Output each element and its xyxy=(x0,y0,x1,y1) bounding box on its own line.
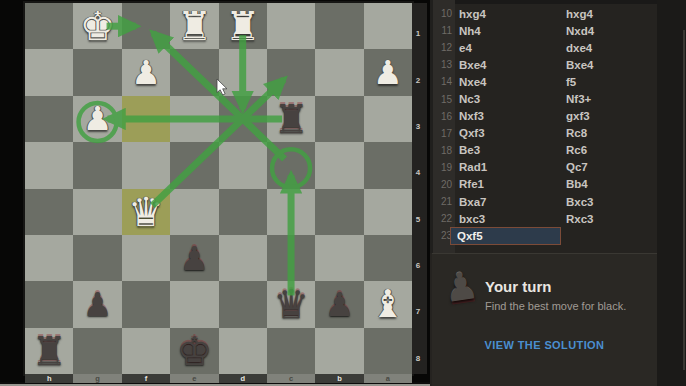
move-row-21: 21Bxa7Bxc3 xyxy=(430,193,657,210)
board-square-b6[interactable] xyxy=(315,235,363,281)
move-black[interactable]: Bxe4 xyxy=(559,59,666,71)
move-white[interactable]: hxg4 xyxy=(452,8,559,20)
board-square-f6[interactable] xyxy=(122,235,170,281)
chess-puzzle-app: { "game": "chess", "position": { "fen": … xyxy=(0,0,686,386)
move-row-22: 22bxc3Rxc3 xyxy=(430,210,657,227)
board-squares[interactable]: ♚♜♜♟♟♟♜♛♟♟♛♟♝♜♚ xyxy=(25,3,412,374)
file-label-h: h xyxy=(25,374,73,383)
rank-label-4: 4 xyxy=(412,168,424,177)
move-number: 19 xyxy=(430,162,452,173)
chess-board[interactable]: ♚♜♜♟♟♟♜♛♟♟♛♟♝♜♚ xyxy=(25,3,412,374)
move-number: 14 xyxy=(430,76,452,87)
board-square-f1[interactable] xyxy=(122,3,170,49)
move-white-current[interactable]: Qxf5 xyxy=(450,227,561,245)
white-rook-e1[interactable]: ♜ xyxy=(176,6,212,46)
board-square-g8[interactable] xyxy=(73,328,121,374)
move-black[interactable]: Bxc3 xyxy=(559,196,666,208)
file-label-d: d xyxy=(219,374,267,383)
board-square-f2[interactable]: ♟ xyxy=(122,49,170,95)
move-black[interactable]: Bb4 xyxy=(559,178,666,190)
board-square-c8[interactable] xyxy=(267,328,315,374)
move-row-20: 20Rfe1Bb4 xyxy=(430,176,657,193)
board-square-e5[interactable] xyxy=(170,189,218,235)
move-black[interactable]: Nxd4 xyxy=(559,25,666,37)
rank-label-5: 5 xyxy=(412,215,424,224)
move-number: 17 xyxy=(430,128,452,139)
board-square-e8[interactable]: ♚ xyxy=(170,328,218,374)
white-queen-f5[interactable]: ♛ xyxy=(128,192,164,232)
move-row-14: 14Nxe4f5 xyxy=(430,73,657,90)
move-number: 16 xyxy=(430,111,452,122)
rank-label-8: 8 xyxy=(412,354,424,363)
rank-label-7: 7 xyxy=(412,307,424,316)
board-square-c3[interactable]: ♜ xyxy=(267,96,315,142)
move-black[interactable]: Rxc3 xyxy=(559,213,666,225)
move-white[interactable]: Bxa7 xyxy=(452,196,559,208)
board-square-g6[interactable] xyxy=(73,235,121,281)
board-square-h5[interactable] xyxy=(25,189,73,235)
board-square-h6[interactable] xyxy=(25,235,73,281)
white-pawn-a2[interactable]: ♟ xyxy=(373,56,403,89)
move-black[interactable]: Qc7 xyxy=(559,161,666,173)
move-row-15: 15Nc3Nf3+ xyxy=(430,90,657,107)
board-square-d5[interactable] xyxy=(219,189,267,235)
move-number: 18 xyxy=(430,145,452,156)
move-black[interactable]: hxg4 xyxy=(559,8,666,20)
board-square-c5[interactable] xyxy=(267,189,315,235)
move-row-16: 16Nxf3gxf3 xyxy=(430,108,657,125)
white-pawn-f2[interactable]: ♟ xyxy=(131,56,161,89)
move-number: 11 xyxy=(430,25,452,36)
move-number: 20 xyxy=(430,179,452,190)
board-square-h1[interactable] xyxy=(25,3,73,49)
board-square-d4[interactable] xyxy=(219,142,267,188)
panel-top-strip xyxy=(430,0,686,4)
move-black[interactable]: Rc6 xyxy=(559,144,666,156)
board-square-b5[interactable] xyxy=(315,189,363,235)
move-row-17: 17Qxf3Rc8 xyxy=(430,125,657,142)
move-row-18: 18Be3Rc6 xyxy=(430,142,657,159)
black-pawn-icon: ♟ xyxy=(442,266,481,308)
board-square-b3[interactable] xyxy=(315,96,363,142)
move-number: 15 xyxy=(430,94,452,105)
black-pawn-e6[interactable]: ♟ xyxy=(180,242,210,275)
board-square-e2[interactable] xyxy=(170,49,218,95)
black-rook-c3[interactable]: ♜ xyxy=(273,99,309,139)
board-square-b4[interactable] xyxy=(315,142,363,188)
board-square-a3[interactable] xyxy=(364,96,412,142)
board-square-b8[interactable] xyxy=(315,328,363,374)
board-square-d1[interactable]: ♜ xyxy=(219,3,267,49)
board-square-d7[interactable] xyxy=(219,281,267,327)
board-square-c1[interactable] xyxy=(267,3,315,49)
board-square-a4[interactable] xyxy=(364,142,412,188)
board-square-a8[interactable] xyxy=(364,328,412,374)
move-row-10: 10hxg4hxg4 xyxy=(430,5,657,22)
scrollbar[interactable] xyxy=(683,30,685,370)
move-black[interactable]: Rc8 xyxy=(559,127,666,139)
board-square-e3[interactable] xyxy=(170,96,218,142)
board-square-e6[interactable]: ♟ xyxy=(170,235,218,281)
black-queen-c7[interactable]: ♛ xyxy=(273,284,309,324)
board-square-g2[interactable] xyxy=(73,49,121,95)
board-square-a6[interactable] xyxy=(364,235,412,281)
move-white[interactable]: Nh4 xyxy=(452,25,559,37)
file-label-f: f xyxy=(122,374,170,383)
rank-label-1: 1 xyxy=(412,29,424,38)
move-row-11: 11Nh4Nxd4 xyxy=(430,22,657,39)
file-label-b: b xyxy=(315,374,363,383)
board-square-f7[interactable] xyxy=(122,281,170,327)
move-white[interactable]: bxc3 xyxy=(452,213,559,225)
move-black[interactable]: f5 xyxy=(559,76,666,88)
board-square-d3[interactable] xyxy=(219,96,267,142)
board-square-d2[interactable] xyxy=(219,49,267,95)
board-square-h4[interactable] xyxy=(25,142,73,188)
rank-labels: 12345678 xyxy=(412,3,427,374)
white-pawn-g3[interactable]: ♟ xyxy=(83,102,113,135)
black-king-e8[interactable]: ♚ xyxy=(176,331,212,371)
white-king-g1[interactable]: ♚ xyxy=(80,6,116,46)
move-row-19: 19Rad1Qc7 xyxy=(430,159,657,176)
move-row-23: 23Qxf5 xyxy=(430,227,657,244)
move-white[interactable]: Bxe4 xyxy=(452,59,559,71)
move-number: 12 xyxy=(430,42,452,53)
board-square-e4[interactable] xyxy=(170,142,218,188)
black-rook-h8[interactable]: ♜ xyxy=(31,331,67,371)
file-labels: hgfedcba xyxy=(25,374,412,383)
rank-label-6: 6 xyxy=(412,261,424,270)
file-label-g: g xyxy=(73,374,121,383)
move-white[interactable]: Nxf3 xyxy=(452,110,559,122)
move-white[interactable]: Be3 xyxy=(452,144,559,156)
board-square-c6[interactable] xyxy=(267,235,315,281)
board-square-a5[interactable] xyxy=(364,189,412,235)
move-white[interactable]: Qxf3 xyxy=(452,127,559,139)
board-square-g1[interactable]: ♚ xyxy=(73,3,121,49)
move-list[interactable]: 10hxg4hxg411Nh4Nxd412e4dxe413Bxe4Bxe414N… xyxy=(430,5,657,244)
move-white[interactable]: e4 xyxy=(452,42,559,54)
board-square-b1[interactable] xyxy=(315,3,363,49)
move-list-panel: 10hxg4hxg411Nh4Nxd412e4dxe413Bxe4Bxe414N… xyxy=(430,0,686,386)
file-label-a: a xyxy=(364,374,412,383)
move-number: 21 xyxy=(430,196,452,207)
board-square-h3[interactable] xyxy=(25,96,73,142)
move-black[interactable]: dxe4 xyxy=(559,42,666,54)
move-number: 13 xyxy=(430,59,452,70)
board-square-g4[interactable] xyxy=(73,142,121,188)
move-black[interactable]: Nf3+ xyxy=(559,93,666,105)
board-square-h7[interactable] xyxy=(25,281,73,327)
move-row-12: 12e4dxe4 xyxy=(430,39,657,56)
move-white[interactable]: Nc3 xyxy=(452,93,559,105)
move-number: 10 xyxy=(430,8,452,19)
file-label-e: e xyxy=(170,374,218,383)
board-square-g3[interactable]: ♟ xyxy=(73,96,121,142)
move-row-13: 13Bxe4Bxe4 xyxy=(430,56,657,73)
board-square-g5[interactable] xyxy=(73,189,121,235)
turn-subtitle: Find the best move for black. xyxy=(485,300,626,312)
view-solution-link[interactable]: VIEW THE SOLUTION xyxy=(432,339,657,351)
turn-title: Your turn xyxy=(485,278,551,295)
rank-label-2: 2 xyxy=(412,76,424,85)
move-number: 22 xyxy=(430,213,452,224)
status-panel: ♟ Your turn Find the best move for black… xyxy=(432,253,657,386)
board-square-c7[interactable]: ♛ xyxy=(267,281,315,327)
black-pawn-g7[interactable]: ♟ xyxy=(83,288,113,321)
move-black[interactable]: gxf3 xyxy=(559,110,666,122)
board-square-a2[interactable]: ♟ xyxy=(364,49,412,95)
board-square-f4[interactable] xyxy=(122,142,170,188)
board-square-e1[interactable]: ♜ xyxy=(170,3,218,49)
board-square-f3[interactable] xyxy=(122,96,170,142)
board-square-d8[interactable] xyxy=(219,328,267,374)
board-square-c4[interactable] xyxy=(267,142,315,188)
board-square-c2[interactable] xyxy=(267,49,315,95)
move-white[interactable]: Rad1 xyxy=(452,161,559,173)
board-square-b7[interactable]: ♟ xyxy=(315,281,363,327)
board-square-d6[interactable] xyxy=(219,235,267,281)
board-square-h2[interactable] xyxy=(25,49,73,95)
black-pawn-b7[interactable]: ♟ xyxy=(325,288,355,321)
board-square-f8[interactable] xyxy=(122,328,170,374)
board-square-a7[interactable]: ♝ xyxy=(364,281,412,327)
board-square-f5[interactable]: ♛ xyxy=(122,189,170,235)
board-square-h8[interactable]: ♜ xyxy=(25,328,73,374)
white-rook-d1[interactable]: ♜ xyxy=(225,6,261,46)
move-white[interactable]: Nxe4 xyxy=(452,76,559,88)
file-label-c: c xyxy=(267,374,315,383)
move-number: 23 xyxy=(430,230,452,241)
board-square-a1[interactable] xyxy=(364,3,412,49)
move-white[interactable]: Rfe1 xyxy=(452,178,559,190)
rank-label-3: 3 xyxy=(412,122,424,131)
board-square-g7[interactable]: ♟ xyxy=(73,281,121,327)
board-square-e7[interactable] xyxy=(170,281,218,327)
white-bishop-a7[interactable]: ♝ xyxy=(371,285,405,323)
board-square-b2[interactable] xyxy=(315,49,363,95)
